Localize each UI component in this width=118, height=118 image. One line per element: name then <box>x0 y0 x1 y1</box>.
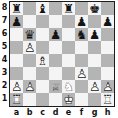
black-bishop-icon: ♝ <box>36 2 49 15</box>
square-e2[interactable]: ♞♘ <box>62 80 75 93</box>
white-queen-icon: ♕ <box>49 80 62 93</box>
black-pawn-icon: ♟ <box>10 15 23 28</box>
square-h7[interactable]: ♟ <box>101 15 114 28</box>
square-c3[interactable] <box>36 67 49 80</box>
file-label-f: f <box>75 108 88 118</box>
square-c8[interactable]: ♝ <box>36 2 49 15</box>
white-king-icon: ♔ <box>62 93 75 106</box>
white-pawn-fill: ♟ <box>10 80 23 93</box>
white-pawn-icon: ♙ <box>101 80 114 93</box>
square-e3[interactable] <box>62 67 75 80</box>
file-label-e: e <box>62 108 75 118</box>
square-b4[interactable] <box>23 54 36 67</box>
square-d3[interactable] <box>49 67 62 80</box>
square-g5[interactable] <box>88 41 101 54</box>
square-b6[interactable]: ♛ <box>23 28 36 41</box>
square-c1[interactable] <box>36 93 49 106</box>
white-rook-fill: ♜ <box>101 93 114 106</box>
square-c4[interactable]: ♝♗ <box>36 54 49 67</box>
square-f6[interactable]: ♞ <box>75 28 88 41</box>
square-b2[interactable]: ♟♙ <box>23 80 36 93</box>
square-g8[interactable]: ♚ <box>88 2 101 15</box>
square-c5[interactable] <box>36 41 49 54</box>
white-pawn-fill: ♟ <box>75 67 88 80</box>
chess-diagram: 87654321 ♜♝♜♚♟♟♟♛♟♞♟♟♙♝♗♟♙♟♙♟♙♛♕♞♘♟♙♟♙♜♖… <box>0 0 118 118</box>
square-f4[interactable] <box>75 54 88 67</box>
square-a3[interactable] <box>10 67 23 80</box>
square-h1[interactable]: ♜♖ <box>101 93 114 106</box>
black-pawn-icon: ♟ <box>49 28 62 41</box>
white-pawn-icon: ♙ <box>23 41 36 54</box>
black-pawn-icon: ♟ <box>88 28 101 41</box>
square-g4[interactable] <box>88 54 101 67</box>
square-d8[interactable] <box>49 2 62 15</box>
white-knight-fill: ♞ <box>62 80 75 93</box>
black-pawn-icon: ♟ <box>75 15 88 28</box>
rank-label-5: 5 <box>0 40 9 53</box>
square-e6[interactable] <box>62 28 75 41</box>
square-g7[interactable] <box>88 15 101 28</box>
square-f2[interactable] <box>75 80 88 93</box>
black-king-icon: ♚ <box>88 2 101 15</box>
chess-board[interactable]: ♜♝♜♚♟♟♟♛♟♞♟♟♙♝♗♟♙♟♙♟♙♛♕♞♘♟♙♟♙♜♖♚♔♜♖ <box>9 1 115 107</box>
square-c7[interactable] <box>36 15 49 28</box>
black-queen-icon: ♛ <box>23 28 36 41</box>
square-e4[interactable] <box>62 54 75 67</box>
square-c2[interactable] <box>36 80 49 93</box>
white-pawn-fill: ♟ <box>23 41 36 54</box>
white-rook-fill: ♜ <box>10 93 23 106</box>
square-a6[interactable] <box>10 28 23 41</box>
square-d1[interactable] <box>49 93 62 106</box>
square-f7[interactable]: ♟ <box>75 15 88 28</box>
rank-label-6: 6 <box>0 27 9 40</box>
white-pawn-fill: ♟ <box>88 80 101 93</box>
white-pawn-icon: ♙ <box>23 80 36 93</box>
square-a2[interactable]: ♟♙ <box>10 80 23 93</box>
square-d7[interactable] <box>49 15 62 28</box>
file-label-c: c <box>36 108 49 118</box>
square-h5[interactable] <box>101 41 114 54</box>
rank-label-4: 4 <box>0 53 9 66</box>
square-b7[interactable] <box>23 15 36 28</box>
square-e8[interactable]: ♜ <box>62 2 75 15</box>
rank-label-3: 3 <box>0 66 9 79</box>
rank-label-2: 2 <box>0 79 9 92</box>
square-b1[interactable] <box>23 93 36 106</box>
black-pawn-icon: ♟ <box>101 15 114 28</box>
white-rook-icon: ♖ <box>10 93 23 106</box>
square-h8[interactable] <box>101 2 114 15</box>
square-h6[interactable] <box>101 28 114 41</box>
square-g2[interactable]: ♟♙ <box>88 80 101 93</box>
black-rook-icon: ♜ <box>10 2 23 15</box>
file-label-d: d <box>49 108 62 118</box>
file-label-g: g <box>88 108 101 118</box>
square-d6[interactable]: ♟ <box>49 28 62 41</box>
file-label-a: a <box>10 108 23 118</box>
square-a7[interactable]: ♟ <box>10 15 23 28</box>
white-bishop-icon: ♗ <box>36 54 49 67</box>
square-a1[interactable]: ♜♖ <box>10 93 23 106</box>
square-e5[interactable] <box>62 41 75 54</box>
square-g3[interactable] <box>88 67 101 80</box>
white-queen-fill: ♛ <box>49 80 62 93</box>
file-labels: abcdefgh <box>10 108 114 118</box>
square-b3[interactable] <box>23 67 36 80</box>
square-b5[interactable]: ♟♙ <box>23 41 36 54</box>
rank-label-1: 1 <box>0 92 9 105</box>
square-a5[interactable] <box>10 41 23 54</box>
square-d4[interactable] <box>49 54 62 67</box>
white-knight-icon: ♘ <box>62 80 75 93</box>
square-c6[interactable] <box>36 28 49 41</box>
square-e7[interactable] <box>62 15 75 28</box>
square-d2[interactable]: ♛♕ <box>49 80 62 93</box>
white-pawn-icon: ♙ <box>10 80 23 93</box>
square-g6[interactable]: ♟ <box>88 28 101 41</box>
rank-labels: 87654321 <box>0 1 9 105</box>
white-rook-icon: ♖ <box>101 93 114 106</box>
square-b8[interactable] <box>23 2 36 15</box>
square-h4[interactable] <box>101 54 114 67</box>
white-king-fill: ♚ <box>62 93 75 106</box>
square-a4[interactable] <box>10 54 23 67</box>
square-g1[interactable] <box>88 93 101 106</box>
square-e1[interactable]: ♚♔ <box>62 93 75 106</box>
square-h2[interactable]: ♟♙ <box>101 80 114 93</box>
square-d5[interactable] <box>49 41 62 54</box>
file-label-b: b <box>23 108 36 118</box>
file-label-h: h <box>101 108 114 118</box>
white-bishop-fill: ♝ <box>36 54 49 67</box>
white-pawn-icon: ♙ <box>75 67 88 80</box>
rank-label-7: 7 <box>0 14 9 27</box>
square-f5[interactable] <box>75 41 88 54</box>
square-f3[interactable]: ♟♙ <box>75 67 88 80</box>
white-pawn-icon: ♙ <box>88 80 101 93</box>
black-knight-icon: ♞ <box>75 28 88 41</box>
rank-label-8: 8 <box>0 1 9 14</box>
white-pawn-fill: ♟ <box>101 80 114 93</box>
black-rook-icon: ♜ <box>62 2 75 15</box>
square-a8[interactable]: ♜ <box>10 2 23 15</box>
square-f1[interactable] <box>75 93 88 106</box>
square-f8[interactable] <box>75 2 88 15</box>
white-pawn-fill: ♟ <box>23 80 36 93</box>
square-h3[interactable] <box>101 67 114 80</box>
